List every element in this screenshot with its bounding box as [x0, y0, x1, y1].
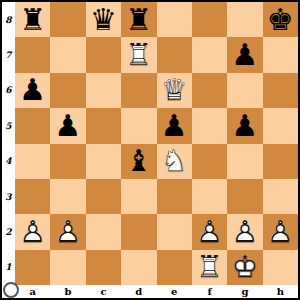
square-g6[interactable] — [227, 73, 262, 108]
square-e7[interactable] — [157, 37, 192, 72]
square-g3[interactable] — [227, 179, 262, 214]
piece-white-pawn[interactable]: ♟♙ — [15, 214, 50, 249]
square-e1[interactable] — [157, 250, 192, 285]
square-e5[interactable]: ♟ — [157, 108, 192, 143]
square-f4[interactable] — [192, 144, 227, 179]
rank-label-6: 6 — [2, 73, 15, 108]
pawn-glyph: ♟ — [50, 108, 85, 143]
piece-white-rook[interactable]: ♜♖ — [121, 37, 156, 72]
file-label-c: c — [86, 285, 121, 298]
pawn-glyph: ♟ — [157, 108, 192, 143]
square-b7[interactable] — [50, 37, 85, 72]
rank-label-8: 8 — [2, 2, 15, 37]
square-f2[interactable]: ♟♙ — [192, 214, 227, 249]
square-d3[interactable] — [121, 179, 156, 214]
square-g5[interactable]: ♟ — [227, 108, 262, 143]
square-h8[interactable]: ♚ — [263, 2, 298, 37]
file-label-h: h — [263, 285, 298, 298]
rook-glyph-outline: ♖ — [121, 37, 156, 72]
rank-label-7: 7 — [2, 37, 15, 72]
pawn-glyph: ♟ — [227, 37, 262, 72]
pawn-glyph-outline: ♙ — [50, 214, 85, 249]
square-h4[interactable] — [263, 144, 298, 179]
square-h2[interactable]: ♟♙ — [263, 214, 298, 249]
rank-label-5: 5 — [2, 108, 15, 143]
square-c3[interactable] — [86, 179, 121, 214]
square-e8[interactable] — [157, 2, 192, 37]
square-e4[interactable]: ♞♘ — [157, 144, 192, 179]
square-b8[interactable] — [50, 2, 85, 37]
square-f8[interactable] — [192, 2, 227, 37]
file-label-f: f — [192, 285, 227, 298]
square-c4[interactable] — [86, 144, 121, 179]
square-c5[interactable] — [86, 108, 121, 143]
square-f3[interactable] — [192, 179, 227, 214]
square-d4[interactable]: ♝ — [121, 144, 156, 179]
rook-glyph: ♜ — [15, 2, 50, 37]
queen-glyph: ♛ — [86, 2, 121, 37]
square-g8[interactable] — [227, 2, 262, 37]
knight-glyph-outline: ♘ — [157, 144, 192, 179]
pawn-glyph-outline: ♙ — [15, 214, 50, 249]
chess-board-diagram: 8♜♛♜♚7♜♖♟6♟♛♕5♟♟♟4♝♞♘32♟♙♟♙♟♙♟♙♟♙1♜♖♚♔ab… — [0, 0, 300, 300]
square-a4[interactable] — [15, 144, 50, 179]
square-f7[interactable] — [192, 37, 227, 72]
square-e2[interactable] — [157, 214, 192, 249]
square-a2[interactable]: ♟♙ — [15, 214, 50, 249]
piece-black-pawn[interactable]: ♟ — [227, 108, 262, 143]
square-d1[interactable] — [121, 250, 156, 285]
piece-black-rook[interactable]: ♜ — [15, 2, 50, 37]
file-label-d: d — [121, 285, 156, 298]
square-d8[interactable]: ♜ — [121, 2, 156, 37]
bishop-glyph: ♝ — [121, 144, 156, 179]
pawn-glyph-outline: ♙ — [227, 214, 262, 249]
chess-board: 8♜♛♜♚7♜♖♟6♟♛♕5♟♟♟4♝♞♘32♟♙♟♙♟♙♟♙♟♙1♜♖♚♔ab… — [2, 2, 298, 298]
piece-black-queen[interactable]: ♛ — [86, 2, 121, 37]
square-c1[interactable] — [86, 250, 121, 285]
piece-white-rook[interactable]: ♜♖ — [192, 250, 227, 285]
queen-glyph-outline: ♕ — [157, 73, 192, 108]
square-b6[interactable] — [50, 73, 85, 108]
square-d5[interactable] — [121, 108, 156, 143]
rank-label-2: 2 — [2, 214, 15, 249]
rank-label-3: 3 — [2, 179, 15, 214]
king-glyph-outline: ♔ — [227, 250, 262, 285]
square-d7[interactable]: ♜♖ — [121, 37, 156, 72]
square-b1[interactable] — [50, 250, 85, 285]
square-a1[interactable] — [15, 250, 50, 285]
square-b2[interactable]: ♟♙ — [50, 214, 85, 249]
square-c2[interactable] — [86, 214, 121, 249]
square-g1[interactable]: ♚♔ — [227, 250, 262, 285]
piece-black-pawn[interactable]: ♟ — [227, 37, 262, 72]
rook-glyph: ♜ — [121, 2, 156, 37]
piece-white-pawn[interactable]: ♟♙ — [227, 214, 262, 249]
square-a6[interactable]: ♟ — [15, 73, 50, 108]
piece-black-bishop[interactable]: ♝ — [121, 144, 156, 179]
square-b4[interactable] — [50, 144, 85, 179]
square-g2[interactable]: ♟♙ — [227, 214, 262, 249]
rook-glyph-outline: ♖ — [192, 250, 227, 285]
square-e3[interactable] — [157, 179, 192, 214]
file-label-e: e — [157, 285, 192, 298]
square-h5[interactable] — [263, 108, 298, 143]
file-label-a: a — [15, 285, 50, 298]
white-to-move-indicator — [3, 282, 19, 298]
pawn-glyph: ♟ — [227, 108, 262, 143]
piece-white-pawn[interactable]: ♟♙ — [192, 214, 227, 249]
square-h7[interactable] — [263, 37, 298, 72]
piece-white-king[interactable]: ♚♔ — [227, 250, 262, 285]
square-b5[interactable]: ♟ — [50, 108, 85, 143]
rank-label-4: 4 — [2, 144, 15, 179]
square-g7[interactable]: ♟ — [227, 37, 262, 72]
square-d2[interactable] — [121, 214, 156, 249]
piece-black-pawn[interactable]: ♟ — [157, 108, 192, 143]
square-h1[interactable] — [263, 250, 298, 285]
square-h6[interactable] — [263, 73, 298, 108]
square-c8[interactable]: ♛ — [86, 2, 121, 37]
piece-black-king[interactable]: ♚ — [263, 2, 298, 37]
square-c6[interactable] — [86, 73, 121, 108]
square-c7[interactable] — [86, 37, 121, 72]
file-label-g: g — [227, 285, 262, 298]
square-a8[interactable]: ♜ — [15, 2, 50, 37]
piece-black-pawn[interactable]: ♟ — [15, 73, 50, 108]
square-a3[interactable] — [15, 179, 50, 214]
square-d6[interactable] — [121, 73, 156, 108]
square-e6[interactable]: ♛♕ — [157, 73, 192, 108]
square-a5[interactable] — [15, 108, 50, 143]
piece-black-pawn[interactable]: ♟ — [50, 108, 85, 143]
pawn-glyph-outline: ♙ — [192, 214, 227, 249]
square-b3[interactable] — [50, 179, 85, 214]
king-glyph: ♚ — [263, 2, 298, 37]
square-a7[interactable] — [15, 37, 50, 72]
pawn-glyph-outline: ♙ — [263, 214, 298, 249]
piece-white-knight[interactable]: ♞♘ — [157, 144, 192, 179]
file-label-b: b — [50, 285, 85, 298]
piece-white-queen[interactable]: ♛♕ — [157, 73, 192, 108]
piece-white-pawn[interactable]: ♟♙ — [263, 214, 298, 249]
square-h3[interactable] — [263, 179, 298, 214]
piece-black-rook[interactable]: ♜ — [121, 2, 156, 37]
square-f1[interactable]: ♜♖ — [192, 250, 227, 285]
piece-white-pawn[interactable]: ♟♙ — [50, 214, 85, 249]
rank-label-1: 1 — [2, 250, 15, 285]
square-f6[interactable] — [192, 73, 227, 108]
pawn-glyph: ♟ — [15, 73, 50, 108]
square-f5[interactable] — [192, 108, 227, 143]
square-g4[interactable] — [227, 144, 262, 179]
